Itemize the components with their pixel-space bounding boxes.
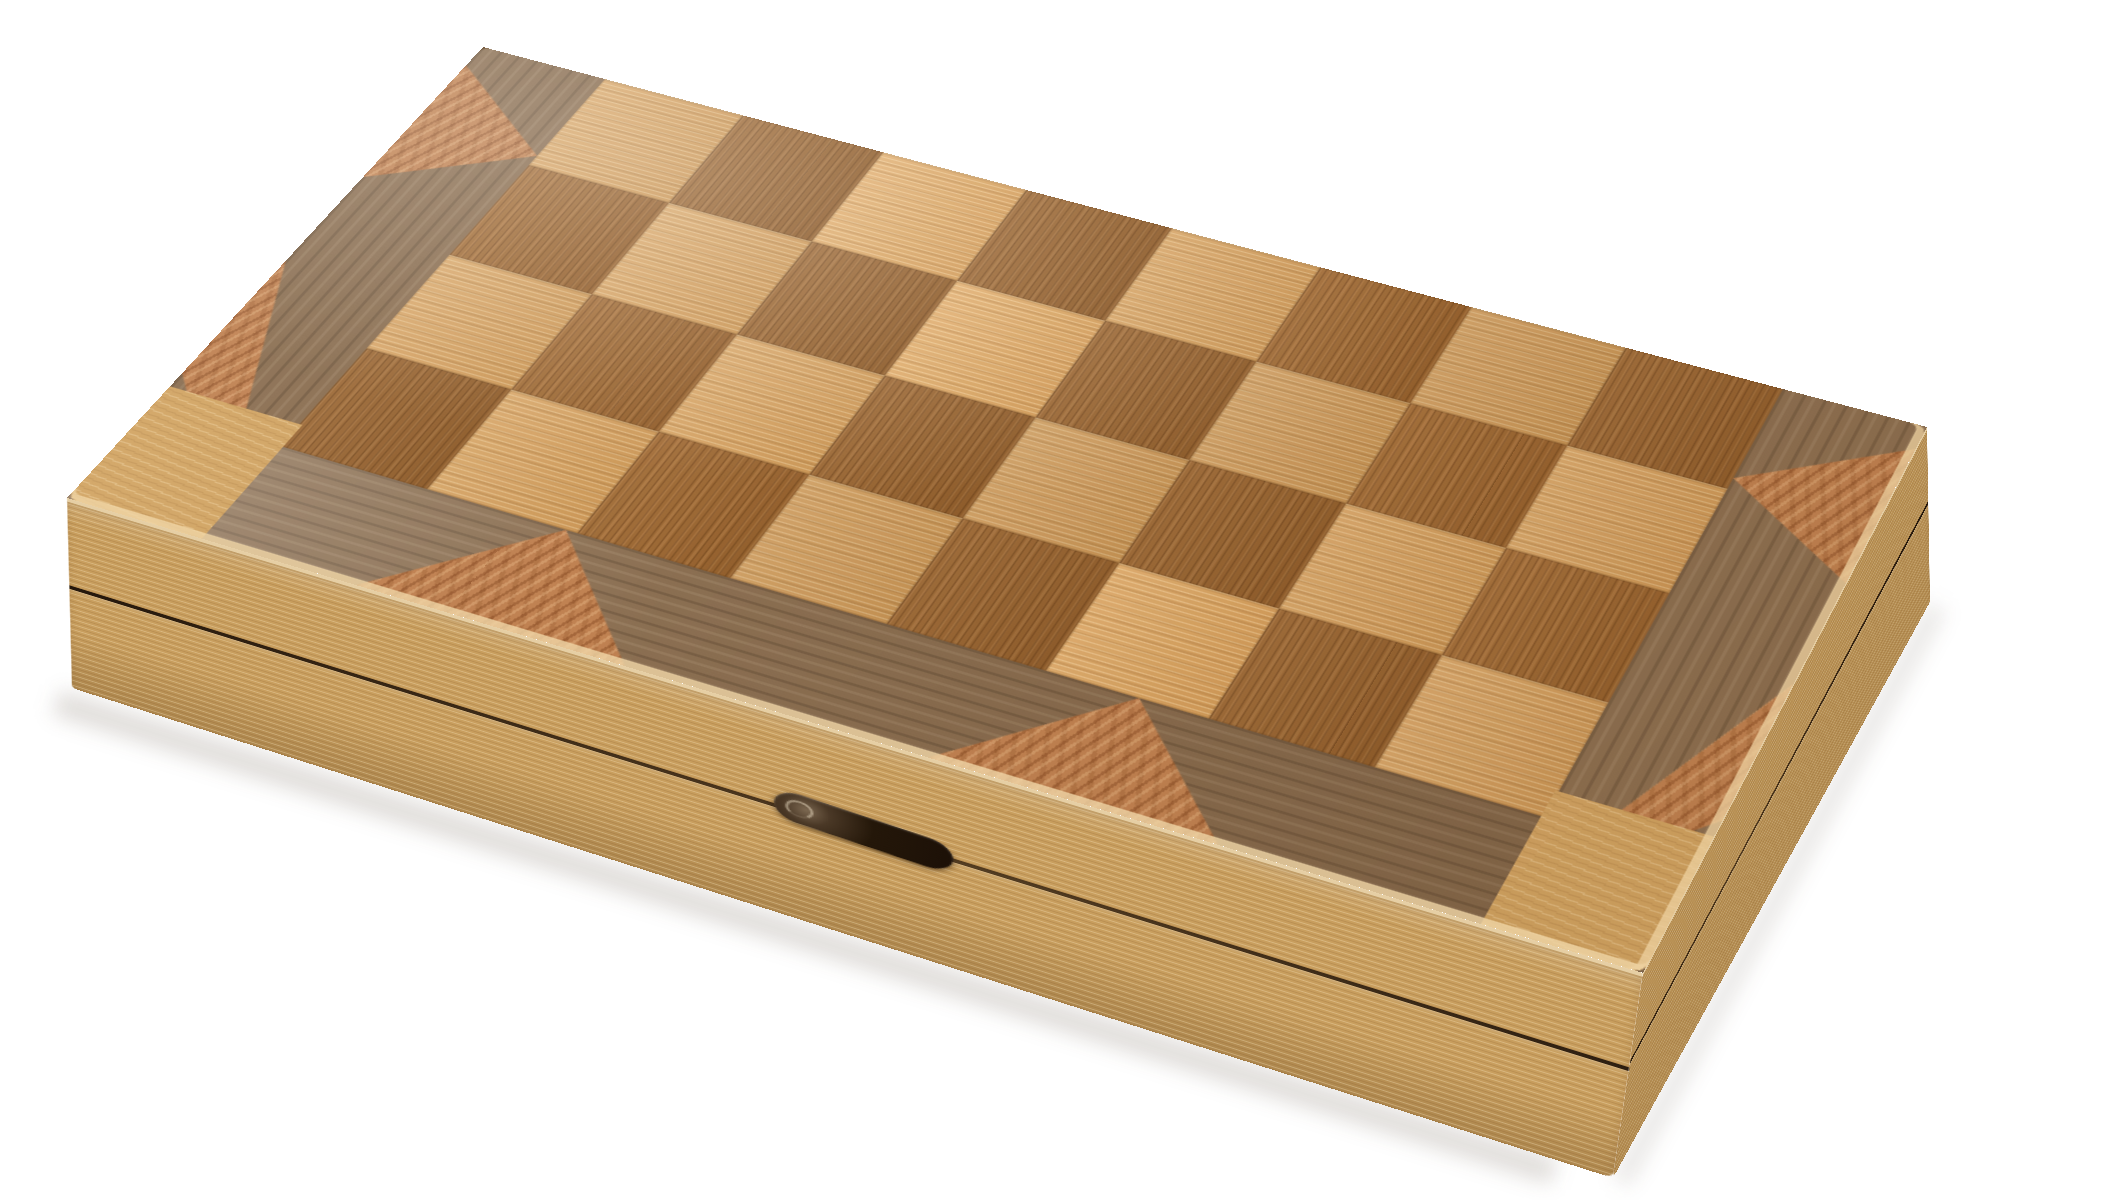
- clasp-latch: [772, 787, 955, 875]
- chess-case-photo: [0, 0, 2110, 1200]
